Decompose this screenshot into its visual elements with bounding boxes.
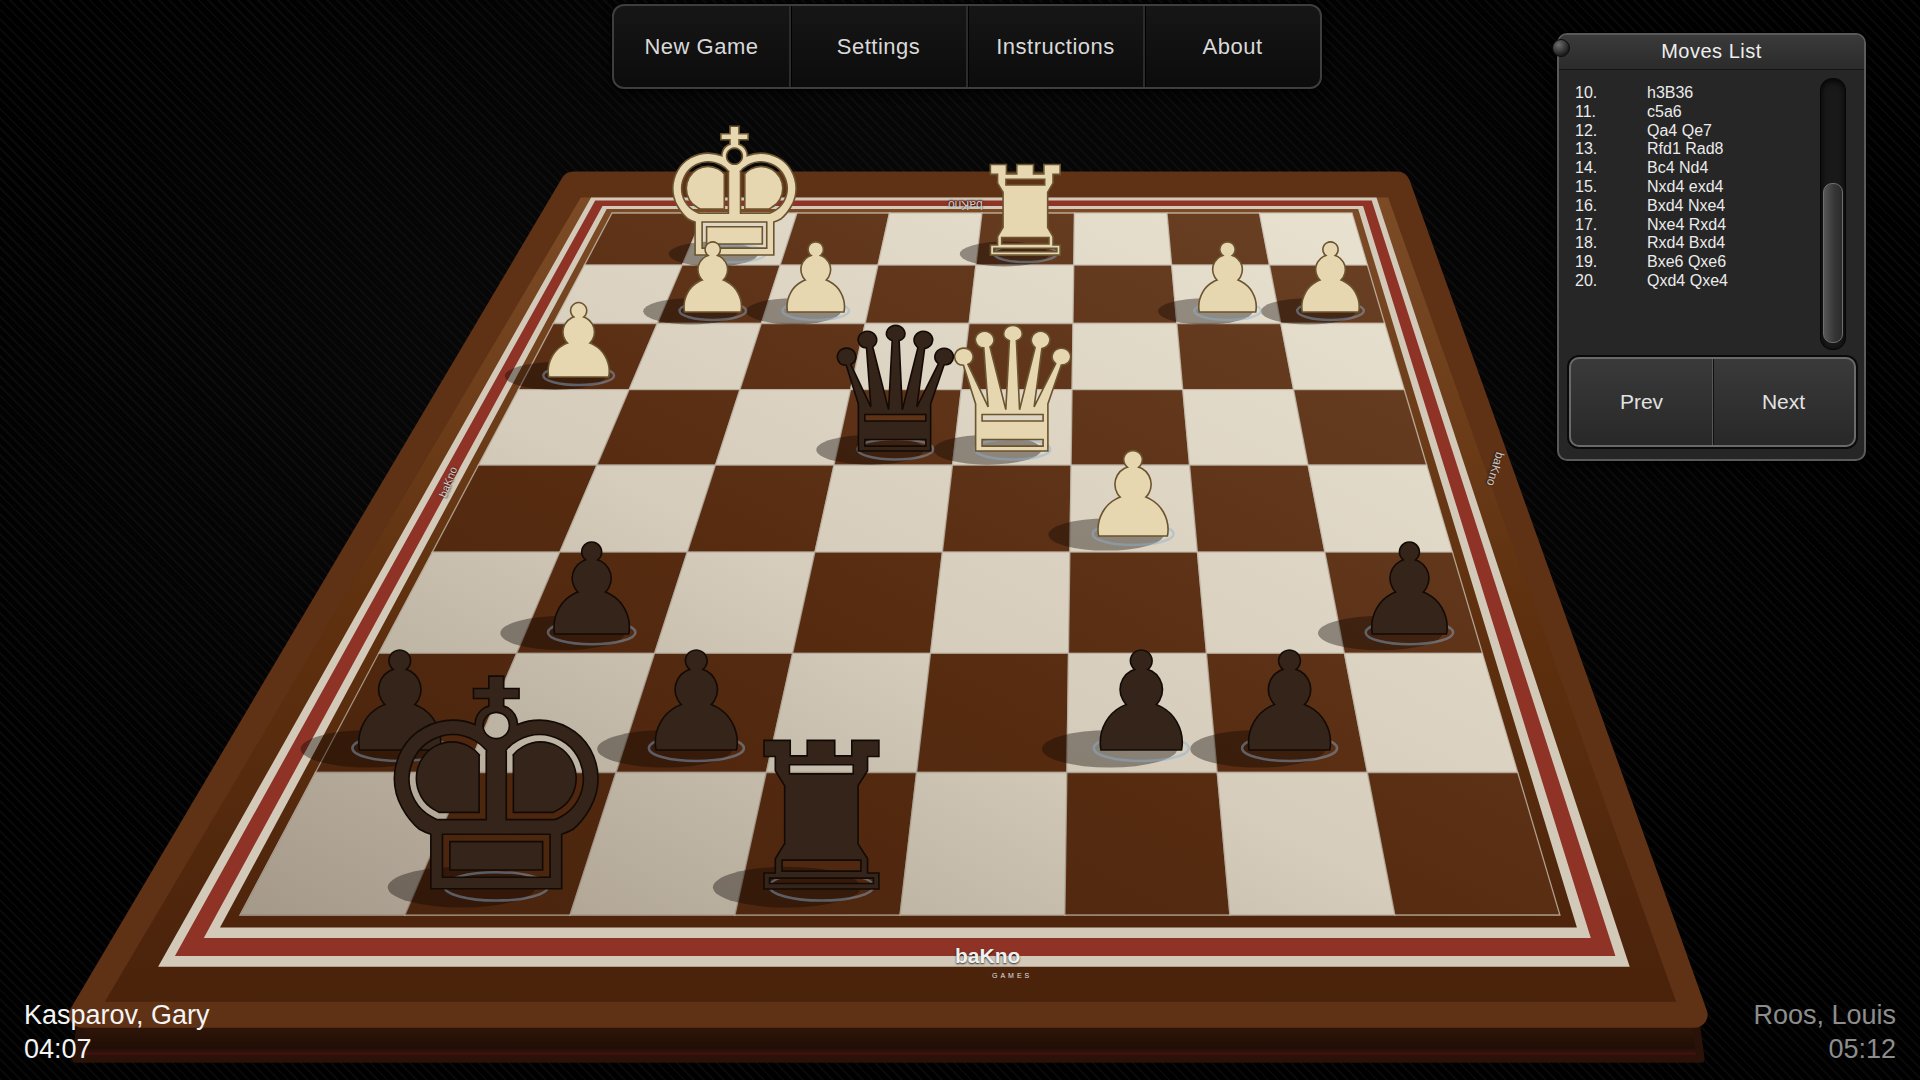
square-c1[interactable] <box>1074 213 1172 265</box>
square-a4[interactable] <box>1294 390 1427 466</box>
black-pawn-a6[interactable]: ♟ <box>1353 517 1466 664</box>
player-black: Roos, Louis 05:12 <box>1753 998 1896 1066</box>
board-logo-near: baKno <box>955 944 1020 968</box>
app-window: ♚♜♟♟♟♟♟♛♛♟♟♟♟♟♟♟♚♜ baKno GAMES baKno baK… <box>0 0 1920 1080</box>
move-text: Rfd1 Rad8 <box>1647 140 1815 159</box>
move-row: 15.Nxd4 exd4 <box>1575 178 1815 197</box>
board-logo-sub: GAMES <box>992 972 1032 979</box>
move-row: 14.Bc4 Nd4 <box>1575 159 1815 178</box>
move-text: Nxe4 Rxd4 <box>1647 216 1815 235</box>
move-row: 19.Bxe6 Qxe6 <box>1575 253 1815 272</box>
move-text: h3B36 <box>1647 84 1815 103</box>
move-text: Qxd4 Qxe4 <box>1647 272 1815 291</box>
moves-panel-header: Moves List <box>1559 35 1864 70</box>
player-white: Kasparov, Gary 04:07 <box>24 998 210 1066</box>
white-pawn-g2[interactable]: ♟ <box>670 223 756 335</box>
player-black-name: Roos, Louis <box>1753 998 1896 1032</box>
menu-instructions[interactable]: Instructions <box>968 6 1145 87</box>
move-row: 17.Nxe4 Rxd4 <box>1575 216 1815 235</box>
menu-settings[interactable]: Settings <box>791 6 968 87</box>
player-white-name: Kasparov, Gary <box>24 998 210 1032</box>
white-pawn-h3[interactable]: ♟ <box>533 282 624 401</box>
white-pawn-a2[interactable]: ♟ <box>1287 223 1373 335</box>
move-row: 13.Rfd1 Rad8 <box>1575 140 1815 159</box>
square-e6[interactable] <box>793 552 943 653</box>
move-text: Bc4 Nd4 <box>1647 159 1815 178</box>
move-number: 19. <box>1575 253 1647 272</box>
white-rook-d1[interactable]: ♜ <box>970 140 1081 284</box>
prev-move-button[interactable]: Prev <box>1571 359 1713 445</box>
menu-about[interactable]: About <box>1145 6 1320 87</box>
move-text: c5a6 <box>1647 103 1815 122</box>
moves-nav-buttons: Prev Next <box>1569 357 1856 447</box>
square-b5[interactable] <box>1190 465 1325 552</box>
moves-panel: Moves List 10.h3B3611.c5a612.Qa4 Qe713.R… <box>1557 33 1866 461</box>
square-c8[interactable] <box>1065 773 1230 916</box>
move-number: 18. <box>1575 234 1647 253</box>
white-pawn-b2[interactable]: ♟ <box>1185 223 1271 335</box>
black-pawn-b7[interactable]: ♟ <box>1228 623 1351 782</box>
player-black-clock: 05:12 <box>1753 1032 1896 1066</box>
move-number: 13. <box>1575 140 1647 159</box>
move-number: 17. <box>1575 216 1647 235</box>
black-king-g8[interactable]: ♚ <box>366 619 627 958</box>
black-rook-e8[interactable]: ♜ <box>730 700 913 937</box>
move-number: 20. <box>1575 272 1647 291</box>
move-text: Nxd4 exd4 <box>1647 178 1815 197</box>
menu-bar: New GameSettingsInstructionsAbout <box>612 4 1322 89</box>
move-number: 11. <box>1575 103 1647 122</box>
menu-new-game[interactable]: New Game <box>614 6 791 87</box>
square-d6[interactable] <box>931 552 1070 653</box>
move-text: Qa4 Qe7 <box>1647 122 1815 141</box>
move-text: Bxd4 Nxe4 <box>1647 197 1815 216</box>
move-number: 12. <box>1575 122 1647 141</box>
next-move-button[interactable]: Next <box>1713 359 1854 445</box>
move-row: 10.h3B36 <box>1575 84 1815 103</box>
square-b4[interactable] <box>1183 390 1308 466</box>
square-b8[interactable] <box>1217 773 1395 916</box>
square-d8[interactable] <box>900 773 1067 916</box>
board-logo-far: baKno <box>948 198 983 212</box>
moves-scrollbar-thumb[interactable] <box>1823 183 1843 343</box>
move-number: 15. <box>1575 178 1647 197</box>
move-number: 10. <box>1575 84 1647 103</box>
move-row: 18.Rxd4 Bxd4 <box>1575 234 1815 253</box>
moves-panel-title: Moves List <box>1559 40 1864 63</box>
move-text: Bxe6 Qxe6 <box>1647 253 1815 272</box>
move-row: 16.Bxd4 Nxe4 <box>1575 197 1815 216</box>
move-row: 20.Qxd4 Qxe4 <box>1575 272 1815 291</box>
move-number: 14. <box>1575 159 1647 178</box>
move-text: Rxd4 Bxd4 <box>1647 234 1815 253</box>
move-number: 16. <box>1575 197 1647 216</box>
moves-scrollbar-track[interactable] <box>1820 78 1846 350</box>
move-row: 11.c5a6 <box>1575 103 1815 122</box>
black-pawn-c7[interactable]: ♟ <box>1080 623 1203 782</box>
move-row: 12.Qa4 Qe7 <box>1575 122 1815 141</box>
black-queen-e4[interactable]: ♛ <box>818 291 972 492</box>
moves-list[interactable]: 10.h3B3611.c5a612.Qa4 Qe713.Rfd1 Rad814.… <box>1575 84 1815 291</box>
white-pawn-c5[interactable]: ♟ <box>1081 427 1186 564</box>
player-white-clock: 04:07 <box>24 1032 210 1066</box>
